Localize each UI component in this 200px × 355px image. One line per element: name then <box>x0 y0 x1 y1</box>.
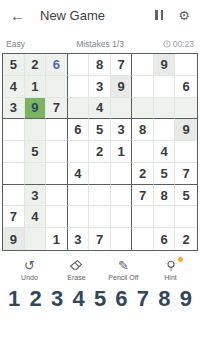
key-2[interactable]: 2 <box>29 286 41 312</box>
cell-r4c8[interactable] <box>154 119 176 141</box>
pencil-icon: ✎ <box>118 258 129 272</box>
cell-r6c9[interactable]: 7 <box>175 163 197 185</box>
cell-r1c5[interactable]: 8 <box>89 54 111 76</box>
cell-r2c2[interactable]: 1 <box>25 76 47 98</box>
cell-r3c1[interactable]: 3 <box>3 98 25 120</box>
difficulty-label: Easy <box>6 39 69 49</box>
cell-r7c4[interactable] <box>68 185 90 207</box>
cell-r8c5[interactable] <box>89 206 111 228</box>
cell-r5c3[interactable] <box>46 141 68 163</box>
cell-r9c2[interactable] <box>25 228 47 250</box>
cell-r7c3[interactable] <box>46 185 68 207</box>
hint-badge <box>177 256 184 263</box>
back-arrow-icon[interactable]: ← <box>10 8 25 23</box>
sudoku-board: 5268794139639746538952144257378574913762 <box>2 53 198 251</box>
cell-r5c2[interactable]: 5 <box>25 141 47 163</box>
cell-r7c8[interactable]: 8 <box>154 185 176 207</box>
cell-r3c6[interactable] <box>111 98 133 120</box>
cell-r1c7[interactable] <box>132 54 154 76</box>
cell-r7c7[interactable]: 7 <box>132 185 154 207</box>
cell-r4c7[interactable]: 8 <box>132 119 154 141</box>
cell-r9c6[interactable] <box>111 228 133 250</box>
key-7[interactable]: 7 <box>137 286 149 312</box>
pencil-label: Pencil Off <box>108 274 138 281</box>
cell-r3c8[interactable] <box>154 98 176 120</box>
cell-r8c4[interactable] <box>68 206 90 228</box>
lightbulb-icon <box>164 258 178 272</box>
cell-r2c4[interactable] <box>68 76 90 98</box>
cell-r1c4[interactable] <box>68 54 90 76</box>
pause-icon[interactable] <box>153 8 165 22</box>
cell-r5c4[interactable] <box>68 141 90 163</box>
cell-r3c5[interactable]: 4 <box>89 98 111 120</box>
cell-r4c5[interactable]: 5 <box>89 119 111 141</box>
cell-r1c3[interactable]: 6 <box>46 54 68 76</box>
cell-r8c2[interactable]: 4 <box>25 206 47 228</box>
cell-r8c3[interactable] <box>46 206 68 228</box>
cell-r6c6[interactable] <box>111 163 133 185</box>
eraser-icon <box>69 258 83 272</box>
timer: 00:23 <box>131 39 194 49</box>
cell-r9c8[interactable]: 6 <box>154 228 176 250</box>
cell-r8c7[interactable] <box>132 206 154 228</box>
cell-r2c1[interactable]: 4 <box>3 76 25 98</box>
cell-r6c8[interactable]: 5 <box>154 163 176 185</box>
cell-r9c9[interactable]: 2 <box>175 228 197 250</box>
cell-r5c7[interactable] <box>132 141 154 163</box>
toolbar: ↺ Undo Erase ✎ Pencil Off Hint <box>0 258 200 281</box>
cell-r6c5[interactable] <box>89 163 111 185</box>
pencil-button[interactable]: ✎ Pencil Off <box>108 258 138 281</box>
cell-r8c8[interactable] <box>154 206 176 228</box>
cell-r2c5[interactable]: 3 <box>89 76 111 98</box>
cell-r7c1[interactable] <box>3 185 25 207</box>
cell-r4c6[interactable]: 3 <box>111 119 133 141</box>
cell-r9c3[interactable]: 1 <box>46 228 68 250</box>
cell-r9c7[interactable] <box>132 228 154 250</box>
cell-r9c4[interactable]: 3 <box>68 228 90 250</box>
key-3[interactable]: 3 <box>51 286 63 312</box>
cell-r6c1[interactable] <box>3 163 25 185</box>
undo-label: Undo <box>21 274 38 281</box>
status-bar: Easy Mistakes 1/3 00:23 <box>0 38 200 50</box>
mistakes-counter: Mistakes 1/3 <box>69 39 132 49</box>
cell-r3c9[interactable] <box>175 98 197 120</box>
cell-r1c2[interactable]: 2 <box>25 54 47 76</box>
cell-r1c1[interactable]: 5 <box>3 54 25 76</box>
cell-r3c7[interactable] <box>132 98 154 120</box>
cell-r2c7[interactable] <box>132 76 154 98</box>
cell-r7c6[interactable] <box>111 185 133 207</box>
cell-r9c1[interactable]: 9 <box>3 228 25 250</box>
key-1[interactable]: 1 <box>8 286 20 312</box>
cell-r1c9[interactable] <box>175 54 197 76</box>
key-8[interactable]: 8 <box>158 286 170 312</box>
cell-r4c4[interactable]: 6 <box>68 119 90 141</box>
cell-r3c3[interactable]: 7 <box>46 98 68 120</box>
hint-button[interactable]: Hint <box>156 258 186 281</box>
cell-r5c8[interactable]: 4 <box>154 141 176 163</box>
cell-r9c5[interactable]: 7 <box>89 228 111 250</box>
hint-label: Hint <box>164 274 176 281</box>
app-bar: ← New Game ⚙ <box>0 0 200 30</box>
cell-r5c5[interactable]: 2 <box>89 141 111 163</box>
gear-icon[interactable]: ⚙ <box>178 9 190 22</box>
cell-r4c1[interactable] <box>3 119 25 141</box>
key-5[interactable]: 5 <box>94 286 106 312</box>
clock-icon <box>163 40 171 48</box>
app-bar-actions: ⚙ <box>153 8 190 22</box>
erase-label: Erase <box>67 274 85 281</box>
erase-button[interactable]: Erase <box>61 258 91 281</box>
cell-r6c2[interactable] <box>25 163 47 185</box>
cell-r3c2[interactable]: 9 <box>25 98 47 120</box>
cell-r7c2[interactable]: 3 <box>25 185 47 207</box>
cell-r1c6[interactable]: 7 <box>111 54 133 76</box>
cell-r2c3[interactable] <box>46 76 68 98</box>
cell-r5c6[interactable]: 1 <box>111 141 133 163</box>
cell-r7c5[interactable] <box>89 185 111 207</box>
cell-r4c2[interactable] <box>25 119 47 141</box>
cell-r6c7[interactable]: 2 <box>132 163 154 185</box>
cell-r5c1[interactable] <box>3 141 25 163</box>
key-4[interactable]: 4 <box>72 286 84 312</box>
cell-r7c9[interactable]: 5 <box>175 185 197 207</box>
number-keypad: 1 2 3 4 5 6 7 8 9 <box>0 286 200 312</box>
key-6[interactable]: 6 <box>115 286 127 312</box>
cell-r2c6[interactable]: 9 <box>111 76 133 98</box>
cell-r8c1[interactable]: 7 <box>3 206 25 228</box>
key-9[interactable]: 9 <box>180 286 192 312</box>
cell-r3c4[interactable] <box>68 98 90 120</box>
cell-r6c3[interactable] <box>46 163 68 185</box>
cell-r4c3[interactable] <box>46 119 68 141</box>
undo-icon: ↺ <box>24 258 35 272</box>
cell-r8c9[interactable] <box>175 206 197 228</box>
page-title: New Game <box>40 8 153 23</box>
cell-r8c6[interactable] <box>111 206 133 228</box>
cell-r2c8[interactable] <box>154 76 176 98</box>
cell-r5c9[interactable] <box>175 141 197 163</box>
cell-r4c9[interactable]: 9 <box>175 119 197 141</box>
cell-r1c8[interactable]: 9 <box>154 54 176 76</box>
timer-value: 00:23 <box>173 39 194 49</box>
cell-r2c9[interactable]: 6 <box>175 76 197 98</box>
undo-button[interactable]: ↺ Undo <box>14 258 44 281</box>
cell-r6c4[interactable]: 4 <box>68 163 90 185</box>
